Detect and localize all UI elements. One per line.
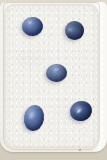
gemstone-top-right — [65, 21, 84, 40]
stone-highlight — [73, 106, 84, 117]
gemstone-middle — [45, 63, 67, 82]
gemstone-bottom-left — [22, 104, 46, 133]
stone-highlight — [67, 27, 73, 33]
gem-case-photo — [0, 0, 107, 160]
stone-highlight — [51, 66, 61, 73]
stone-highlight — [25, 108, 37, 123]
stone-highlight — [26, 19, 34, 26]
gemstone-top-left — [21, 16, 44, 37]
gemstone-bottom-right — [68, 99, 94, 124]
stone-layer — [0, 0, 107, 160]
